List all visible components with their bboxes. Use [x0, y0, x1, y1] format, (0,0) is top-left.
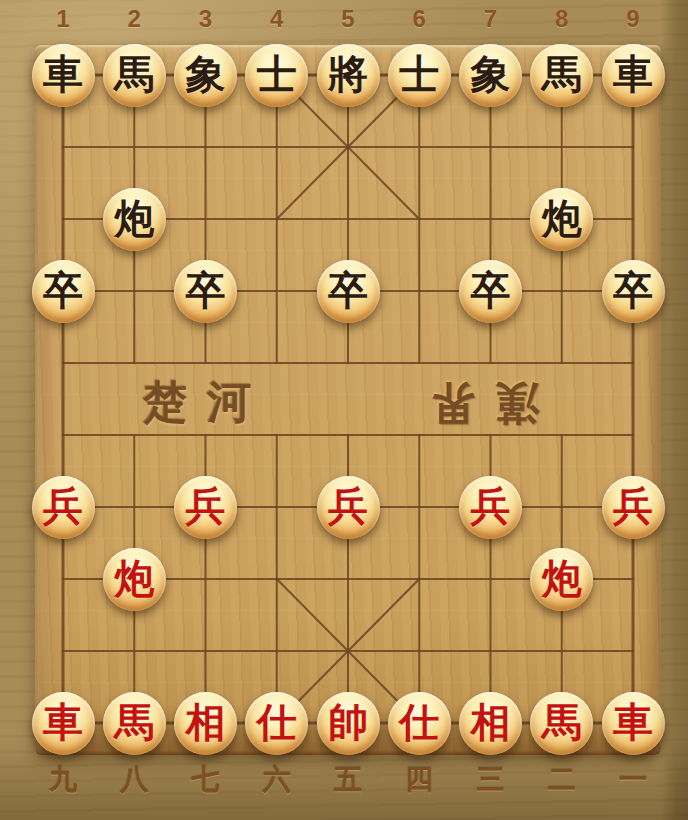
piece-glyph: 相	[471, 702, 511, 742]
piece-black-horse[interactable]: 馬	[530, 44, 593, 107]
piece-red-chariot[interactable]: 車	[602, 692, 665, 755]
piece-black-cannon[interactable]: 炮	[530, 188, 593, 251]
piece-red-elephant[interactable]: 相	[459, 692, 522, 755]
pieces-layer: 車馬象士將士象馬車炮炮卒卒卒卒卒兵兵兵兵兵炮炮車馬相仕帥仕相馬車	[35, 45, 661, 755]
piece-glyph: 炮	[114, 558, 154, 598]
piece-black-soldier[interactable]: 卒	[602, 260, 665, 323]
piece-glyph: 兵	[328, 486, 368, 526]
piece-black-chariot[interactable]: 車	[32, 44, 95, 107]
file-label-bottom: 六	[263, 761, 291, 799]
piece-black-cannon[interactable]: 炮	[103, 188, 166, 251]
piece-black-horse[interactable]: 馬	[103, 44, 166, 107]
file-label-bottom: 五	[334, 761, 362, 799]
piece-red-horse[interactable]: 馬	[530, 692, 593, 755]
piece-glyph: 象	[471, 54, 511, 94]
piece-glyph: 仕	[399, 702, 439, 742]
file-label-top: 2	[128, 5, 141, 33]
file-label-top: 9	[626, 5, 639, 33]
piece-glyph: 卒	[613, 270, 653, 310]
piece-glyph: 卒	[43, 270, 83, 310]
piece-black-chariot[interactable]: 車	[602, 44, 665, 107]
piece-black-general[interactable]: 將	[317, 44, 380, 107]
file-label-top: 7	[484, 5, 497, 33]
piece-glyph: 車	[613, 702, 653, 742]
file-label-bottom: 四	[405, 761, 433, 799]
piece-glyph: 士	[399, 54, 439, 94]
piece-red-soldier[interactable]: 兵	[459, 476, 522, 539]
file-label-bottom: 三	[477, 761, 505, 799]
file-label-top: 8	[555, 5, 568, 33]
piece-glyph: 車	[613, 54, 653, 94]
piece-red-elephant[interactable]: 相	[174, 692, 237, 755]
piece-red-soldier[interactable]: 兵	[317, 476, 380, 539]
piece-red-chariot[interactable]: 車	[32, 692, 95, 755]
piece-glyph: 車	[43, 702, 83, 742]
piece-glyph: 仕	[257, 702, 297, 742]
piece-glyph: 卒	[328, 270, 368, 310]
file-label-top: 5	[341, 5, 354, 33]
piece-glyph: 車	[43, 54, 83, 94]
piece-glyph: 將	[328, 54, 368, 94]
piece-red-advisor[interactable]: 仕	[388, 692, 451, 755]
piece-glyph: 馬	[542, 54, 582, 94]
piece-red-cannon[interactable]: 炮	[530, 548, 593, 611]
piece-black-elephant[interactable]: 象	[459, 44, 522, 107]
piece-black-advisor[interactable]: 士	[245, 44, 308, 107]
file-labels-bottom: 九八七六五四三二一	[0, 755, 688, 805]
piece-black-soldier[interactable]: 卒	[32, 260, 95, 323]
piece-red-soldier[interactable]: 兵	[174, 476, 237, 539]
piece-black-soldier[interactable]: 卒	[317, 260, 380, 323]
piece-red-soldier[interactable]: 兵	[32, 476, 95, 539]
file-label-bottom: 八	[120, 761, 148, 799]
piece-red-advisor[interactable]: 仕	[245, 692, 308, 755]
file-label-bottom: 一	[619, 761, 647, 799]
piece-glyph: 卒	[186, 270, 226, 310]
piece-red-cannon[interactable]: 炮	[103, 548, 166, 611]
file-label-top: 6	[413, 5, 426, 33]
piece-glyph: 卒	[471, 270, 511, 310]
piece-glyph: 兵	[186, 486, 226, 526]
piece-glyph: 兵	[613, 486, 653, 526]
piece-red-soldier[interactable]: 兵	[602, 476, 665, 539]
xiangqi-board[interactable]: 楚河 漢界 車馬象士將士象馬車炮炮卒卒卒卒卒兵兵兵兵兵炮炮車馬相仕帥仕相馬車	[35, 45, 661, 755]
piece-glyph: 士	[257, 54, 297, 94]
file-label-top: 1	[56, 5, 69, 33]
piece-black-elephant[interactable]: 象	[174, 44, 237, 107]
piece-glyph: 相	[186, 702, 226, 742]
piece-black-advisor[interactable]: 士	[388, 44, 451, 107]
piece-glyph: 馬	[542, 702, 582, 742]
piece-black-soldier[interactable]: 卒	[459, 260, 522, 323]
piece-glyph: 炮	[542, 198, 582, 238]
piece-glyph: 兵	[471, 486, 511, 526]
piece-glyph: 炮	[114, 198, 154, 238]
file-label-bottom: 七	[192, 761, 220, 799]
piece-glyph: 馬	[114, 54, 154, 94]
piece-red-horse[interactable]: 馬	[103, 692, 166, 755]
piece-glyph: 帥	[328, 702, 368, 742]
file-label-bottom: 九	[49, 761, 77, 799]
piece-glyph: 兵	[43, 486, 83, 526]
piece-glyph: 象	[186, 54, 226, 94]
file-label-bottom: 二	[548, 761, 576, 799]
file-label-top: 3	[199, 5, 212, 33]
file-label-top: 4	[270, 5, 283, 33]
piece-red-general[interactable]: 帥	[317, 692, 380, 755]
xiangqi-app: 123456789 楚河 漢界 車馬象士將士象馬車炮炮卒卒卒卒卒兵兵兵兵兵炮炮車…	[0, 0, 688, 820]
piece-glyph: 馬	[114, 702, 154, 742]
file-labels-top: 123456789	[0, 0, 688, 42]
piece-glyph: 炮	[542, 558, 582, 598]
piece-black-soldier[interactable]: 卒	[174, 260, 237, 323]
